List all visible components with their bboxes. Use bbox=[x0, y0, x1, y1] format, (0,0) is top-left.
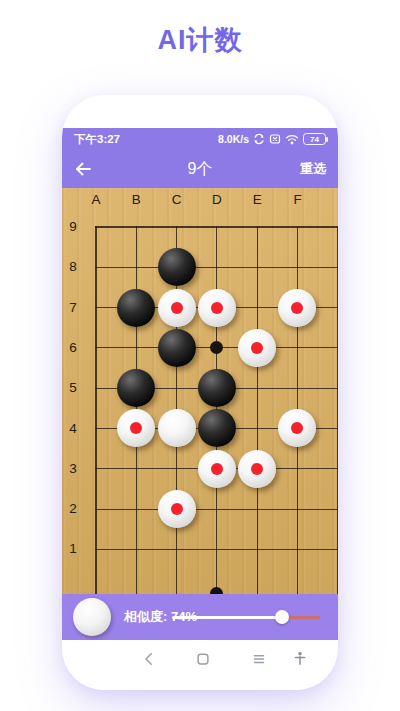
white-stone-marked[interactable] bbox=[158, 289, 196, 327]
android-nav-bar bbox=[62, 640, 338, 690]
similarity-slider[interactable] bbox=[172, 594, 320, 640]
board-intersection bbox=[156, 449, 196, 489]
home-icon[interactable] bbox=[194, 650, 212, 668]
board-intersection bbox=[116, 449, 156, 489]
board-intersection bbox=[237, 529, 277, 569]
board-intersection bbox=[156, 368, 196, 408]
board-intersection bbox=[76, 449, 116, 489]
board-intersection bbox=[318, 207, 338, 247]
board-intersection bbox=[237, 247, 277, 287]
board-intersection bbox=[156, 328, 196, 368]
white-stone-marked[interactable] bbox=[238, 329, 276, 367]
board-intersection bbox=[76, 408, 116, 448]
board-intersection bbox=[116, 247, 156, 287]
white-stone-marked[interactable] bbox=[117, 409, 155, 447]
go-board: ABCDEF987654321 bbox=[62, 188, 338, 594]
board-intersection bbox=[156, 207, 196, 247]
app-bar: 9个 重选 bbox=[62, 150, 338, 188]
battery-icon: 74 bbox=[303, 133, 326, 145]
page-title: AI计数 bbox=[0, 22, 400, 58]
board-intersection bbox=[197, 328, 237, 368]
board-intersection bbox=[237, 449, 277, 489]
status-bar: 下午3:27 8.0K/s 74 bbox=[62, 128, 338, 150]
clock-text: 下午3:27 bbox=[74, 132, 120, 147]
board-intersection bbox=[76, 287, 116, 327]
stone-grid bbox=[76, 207, 338, 570]
clipped-stone-bottom-edge bbox=[210, 587, 223, 594]
black-stone[interactable] bbox=[158, 329, 196, 367]
board-intersection bbox=[318, 408, 338, 448]
board-intersection bbox=[197, 207, 237, 247]
board-intersection bbox=[277, 529, 317, 569]
white-stone-marked[interactable] bbox=[238, 450, 276, 488]
white-stone[interactable] bbox=[158, 409, 196, 447]
white-stone-marked[interactable] bbox=[198, 450, 236, 488]
accessibility-icon[interactable] bbox=[291, 650, 309, 668]
data-arrows-icon bbox=[253, 133, 265, 145]
board-intersection bbox=[318, 287, 338, 327]
battery-percent-text: 74 bbox=[310, 135, 319, 144]
board-intersection bbox=[116, 529, 156, 569]
board-intersection bbox=[197, 287, 237, 327]
board-intersection bbox=[116, 328, 156, 368]
black-stone[interactable] bbox=[198, 409, 236, 447]
board-intersection bbox=[156, 489, 196, 529]
slider-fill bbox=[172, 616, 282, 619]
no-sim-icon bbox=[269, 133, 281, 145]
board-intersection bbox=[318, 247, 338, 287]
stone-count-title: 9个 bbox=[62, 159, 338, 180]
board-intersection bbox=[76, 529, 116, 569]
board-intersection bbox=[277, 207, 317, 247]
board-intersection bbox=[237, 328, 277, 368]
white-stone-icon bbox=[73, 598, 111, 636]
wifi-icon bbox=[285, 134, 299, 145]
board-intersection bbox=[76, 247, 116, 287]
board-intersection bbox=[318, 449, 338, 489]
top-bars-background: 下午3:27 8.0K/s 74 9个 重选 bbox=[62, 128, 338, 188]
board-intersection bbox=[318, 489, 338, 529]
board-intersection bbox=[318, 368, 338, 408]
board-intersection bbox=[197, 247, 237, 287]
board-intersection bbox=[318, 328, 338, 368]
board-intersection bbox=[156, 529, 196, 569]
black-stone[interactable] bbox=[117, 369, 155, 407]
network-speed-text: 8.0K/s bbox=[218, 133, 249, 145]
reselect-button[interactable]: 重选 bbox=[300, 160, 326, 178]
board-intersection bbox=[277, 328, 317, 368]
white-stone-marked[interactable] bbox=[278, 409, 316, 447]
board-intersection bbox=[197, 489, 237, 529]
board-intersection bbox=[277, 247, 317, 287]
similarity-panel: 相似度: 74% bbox=[62, 594, 338, 640]
board-intersection bbox=[277, 287, 317, 327]
board-intersection bbox=[197, 368, 237, 408]
white-stone-marked[interactable] bbox=[158, 490, 196, 528]
black-stone[interactable] bbox=[198, 369, 236, 407]
phone-mockup: 下午3:27 8.0K/s 74 9个 重选 ABC bbox=[62, 95, 338, 690]
board-intersection bbox=[156, 408, 196, 448]
board-intersection bbox=[197, 529, 237, 569]
board-intersection bbox=[76, 368, 116, 408]
recents-icon[interactable] bbox=[250, 650, 268, 668]
board-intersection bbox=[116, 287, 156, 327]
board-intersection bbox=[237, 368, 277, 408]
board-intersection bbox=[237, 207, 277, 247]
board-intersection bbox=[237, 287, 277, 327]
board-intersection bbox=[237, 408, 277, 448]
board-intersection bbox=[116, 207, 156, 247]
board-intersection bbox=[318, 529, 338, 569]
black-stone[interactable] bbox=[158, 248, 196, 286]
board-intersection bbox=[76, 328, 116, 368]
board-intersection bbox=[116, 368, 156, 408]
back-arrow-icon[interactable] bbox=[74, 158, 96, 180]
board-intersection bbox=[116, 489, 156, 529]
board-intersection bbox=[116, 408, 156, 448]
back-icon[interactable] bbox=[140, 650, 158, 668]
white-stone-marked[interactable] bbox=[198, 289, 236, 327]
white-stone-marked[interactable] bbox=[278, 289, 316, 327]
board-intersection bbox=[197, 408, 237, 448]
board-intersection bbox=[277, 449, 317, 489]
board-intersection bbox=[156, 247, 196, 287]
board-intersection bbox=[76, 489, 116, 529]
board-intersection bbox=[197, 449, 237, 489]
board-intersection bbox=[277, 408, 317, 448]
board-intersection bbox=[277, 368, 317, 408]
board-intersection bbox=[76, 207, 116, 247]
board-intersection bbox=[277, 489, 317, 529]
board-intersection bbox=[237, 489, 277, 529]
black-stone[interactable] bbox=[117, 289, 155, 327]
board-intersection bbox=[156, 287, 196, 327]
slider-thumb[interactable] bbox=[275, 610, 289, 624]
